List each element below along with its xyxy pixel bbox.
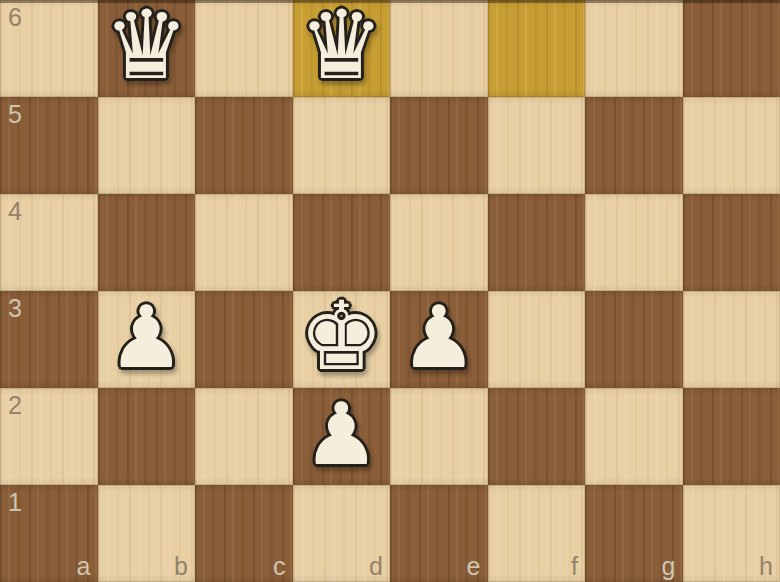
file-label-h: h	[759, 554, 773, 579]
rank-label-6: 6	[8, 5, 22, 30]
square-g1[interactable]: g	[585, 485, 683, 582]
file-label-g: g	[662, 554, 676, 579]
square-c6[interactable]	[195, 0, 293, 97]
square-e5[interactable]	[390, 97, 488, 194]
square-d3[interactable]: ♚	[293, 291, 391, 388]
square-a5[interactable]: 5	[0, 97, 98, 194]
square-h2[interactable]	[683, 388, 780, 485]
rank-label-4: 4	[8, 199, 22, 224]
square-g4[interactable]	[585, 194, 683, 291]
square-a4[interactable]: 4	[0, 194, 98, 291]
rank-label-2: 2	[8, 393, 22, 418]
square-d1[interactable]: d	[293, 485, 391, 582]
square-e1[interactable]: e	[390, 485, 488, 582]
file-label-c: c	[273, 554, 286, 579]
square-c2[interactable]	[195, 388, 293, 485]
rank-label-3: 3	[8, 296, 22, 321]
square-a3[interactable]: 3	[0, 291, 98, 388]
square-g6[interactable]	[585, 0, 683, 97]
square-g5[interactable]	[585, 97, 683, 194]
square-d6[interactable]: ♛	[293, 0, 391, 97]
square-b4[interactable]	[98, 194, 196, 291]
file-label-f: f	[571, 554, 578, 579]
white-queen-d6-piece[interactable]: ♛	[299, 0, 384, 93]
rank-label-1: 1	[8, 490, 22, 515]
square-h6[interactable]	[683, 0, 780, 97]
square-f3[interactable]	[488, 291, 586, 388]
square-b3[interactable]: ♟	[98, 291, 196, 388]
square-d4[interactable]	[293, 194, 391, 291]
square-g2[interactable]	[585, 388, 683, 485]
square-c3[interactable]	[195, 291, 293, 388]
chess-app-viewport: 6♛♛543♟♚♟2♟1abcdefgh	[0, 0, 780, 582]
file-label-d: d	[369, 554, 383, 579]
square-c5[interactable]	[195, 97, 293, 194]
square-c1[interactable]: c	[195, 485, 293, 582]
square-h3[interactable]	[683, 291, 780, 388]
square-a2[interactable]: 2	[0, 388, 98, 485]
square-f2[interactable]	[488, 388, 586, 485]
square-b2[interactable]	[98, 388, 196, 485]
white-king-d3-piece[interactable]: ♚	[299, 289, 384, 384]
file-label-b: b	[174, 554, 188, 579]
square-f6[interactable]	[488, 0, 586, 97]
square-c4[interactable]	[195, 194, 293, 291]
file-label-e: e	[467, 554, 481, 579]
square-e6[interactable]	[390, 0, 488, 97]
square-f1[interactable]: f	[488, 485, 586, 582]
square-d5[interactable]	[293, 97, 391, 194]
white-pawn-d2-piece[interactable]: ♟	[303, 391, 380, 477]
file-label-a: a	[77, 554, 91, 579]
rank-label-5: 5	[8, 102, 22, 127]
square-b1[interactable]: b	[98, 485, 196, 582]
square-e4[interactable]	[390, 194, 488, 291]
square-h1[interactable]: h	[683, 485, 780, 582]
square-e2[interactable]	[390, 388, 488, 485]
square-f4[interactable]	[488, 194, 586, 291]
square-b5[interactable]	[98, 97, 196, 194]
square-f5[interactable]	[488, 97, 586, 194]
square-d2[interactable]: ♟	[293, 388, 391, 485]
square-a6[interactable]: 6	[0, 0, 98, 97]
square-b6[interactable]: ♛	[98, 0, 196, 97]
square-h5[interactable]	[683, 97, 780, 194]
square-e3[interactable]: ♟	[390, 291, 488, 388]
square-h4[interactable]	[683, 194, 780, 291]
square-a1[interactable]: 1a	[0, 485, 98, 582]
square-g3[interactable]	[585, 291, 683, 388]
white-pawn-e3-piece[interactable]: ♟	[400, 294, 477, 380]
white-queen-b6-piece[interactable]: ♛	[104, 0, 189, 93]
chess-board: 6♛♛543♟♚♟2♟1abcdefgh	[0, 0, 780, 582]
white-pawn-b3-piece[interactable]: ♟	[108, 294, 185, 380]
